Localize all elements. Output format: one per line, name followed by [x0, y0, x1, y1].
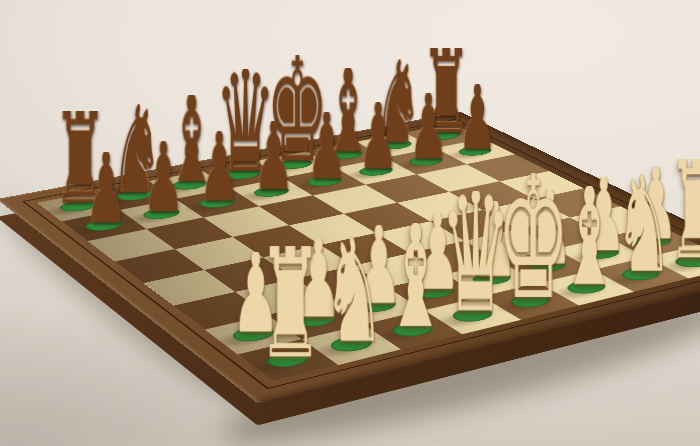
black-pawn-piece: ♟	[409, 93, 448, 162]
black-pawn-piece: ♟	[458, 84, 497, 152]
white-knight-piece: ♞	[615, 174, 673, 276]
black-pawn-piece: ♟	[358, 102, 398, 172]
white-knight-piece: ♞	[323, 236, 385, 346]
white-bishop-piece: ♝	[385, 223, 446, 331]
black-pawn-piece: ♟	[143, 141, 185, 215]
board-field: ♜♞♝♛♚♝♞♜♟♟♟♟♟♟♟♟♟♟♟♟♟♟♟♟♜♞♝♛♚♝♞♜	[37, 123, 700, 381]
black-pawn-piece: ♟	[85, 152, 128, 227]
product-photo-scene: ♜♞♝♛♚♝♞♜♟♟♟♟♟♟♟♟♟♟♟♟♟♟♟♟♜♞♝♛♚♝♞♜	[0, 0, 700, 446]
chess-board: ♜♞♝♛♚♝♞♜♟♟♟♟♟♟♟♟♟♟♟♟♟♟♟♟♜♞♝♛♚♝♞♜	[0, 112, 700, 403]
white-queen-piece: ♛	[440, 191, 512, 317]
black-pawn-piece: ♟	[307, 112, 347, 183]
black-pawn-piece: ♟	[253, 121, 294, 193]
black-pawn-piece: ♟	[199, 131, 240, 204]
board-3d-stage: ♜♞♝♛♚♝♞♜♟♟♟♟♟♟♟♟♟♟♟♟♟♟♟♟♜♞♝♛♚♝♞♜	[0, 112, 700, 403]
white-rook-piece: ♜	[258, 246, 324, 361]
